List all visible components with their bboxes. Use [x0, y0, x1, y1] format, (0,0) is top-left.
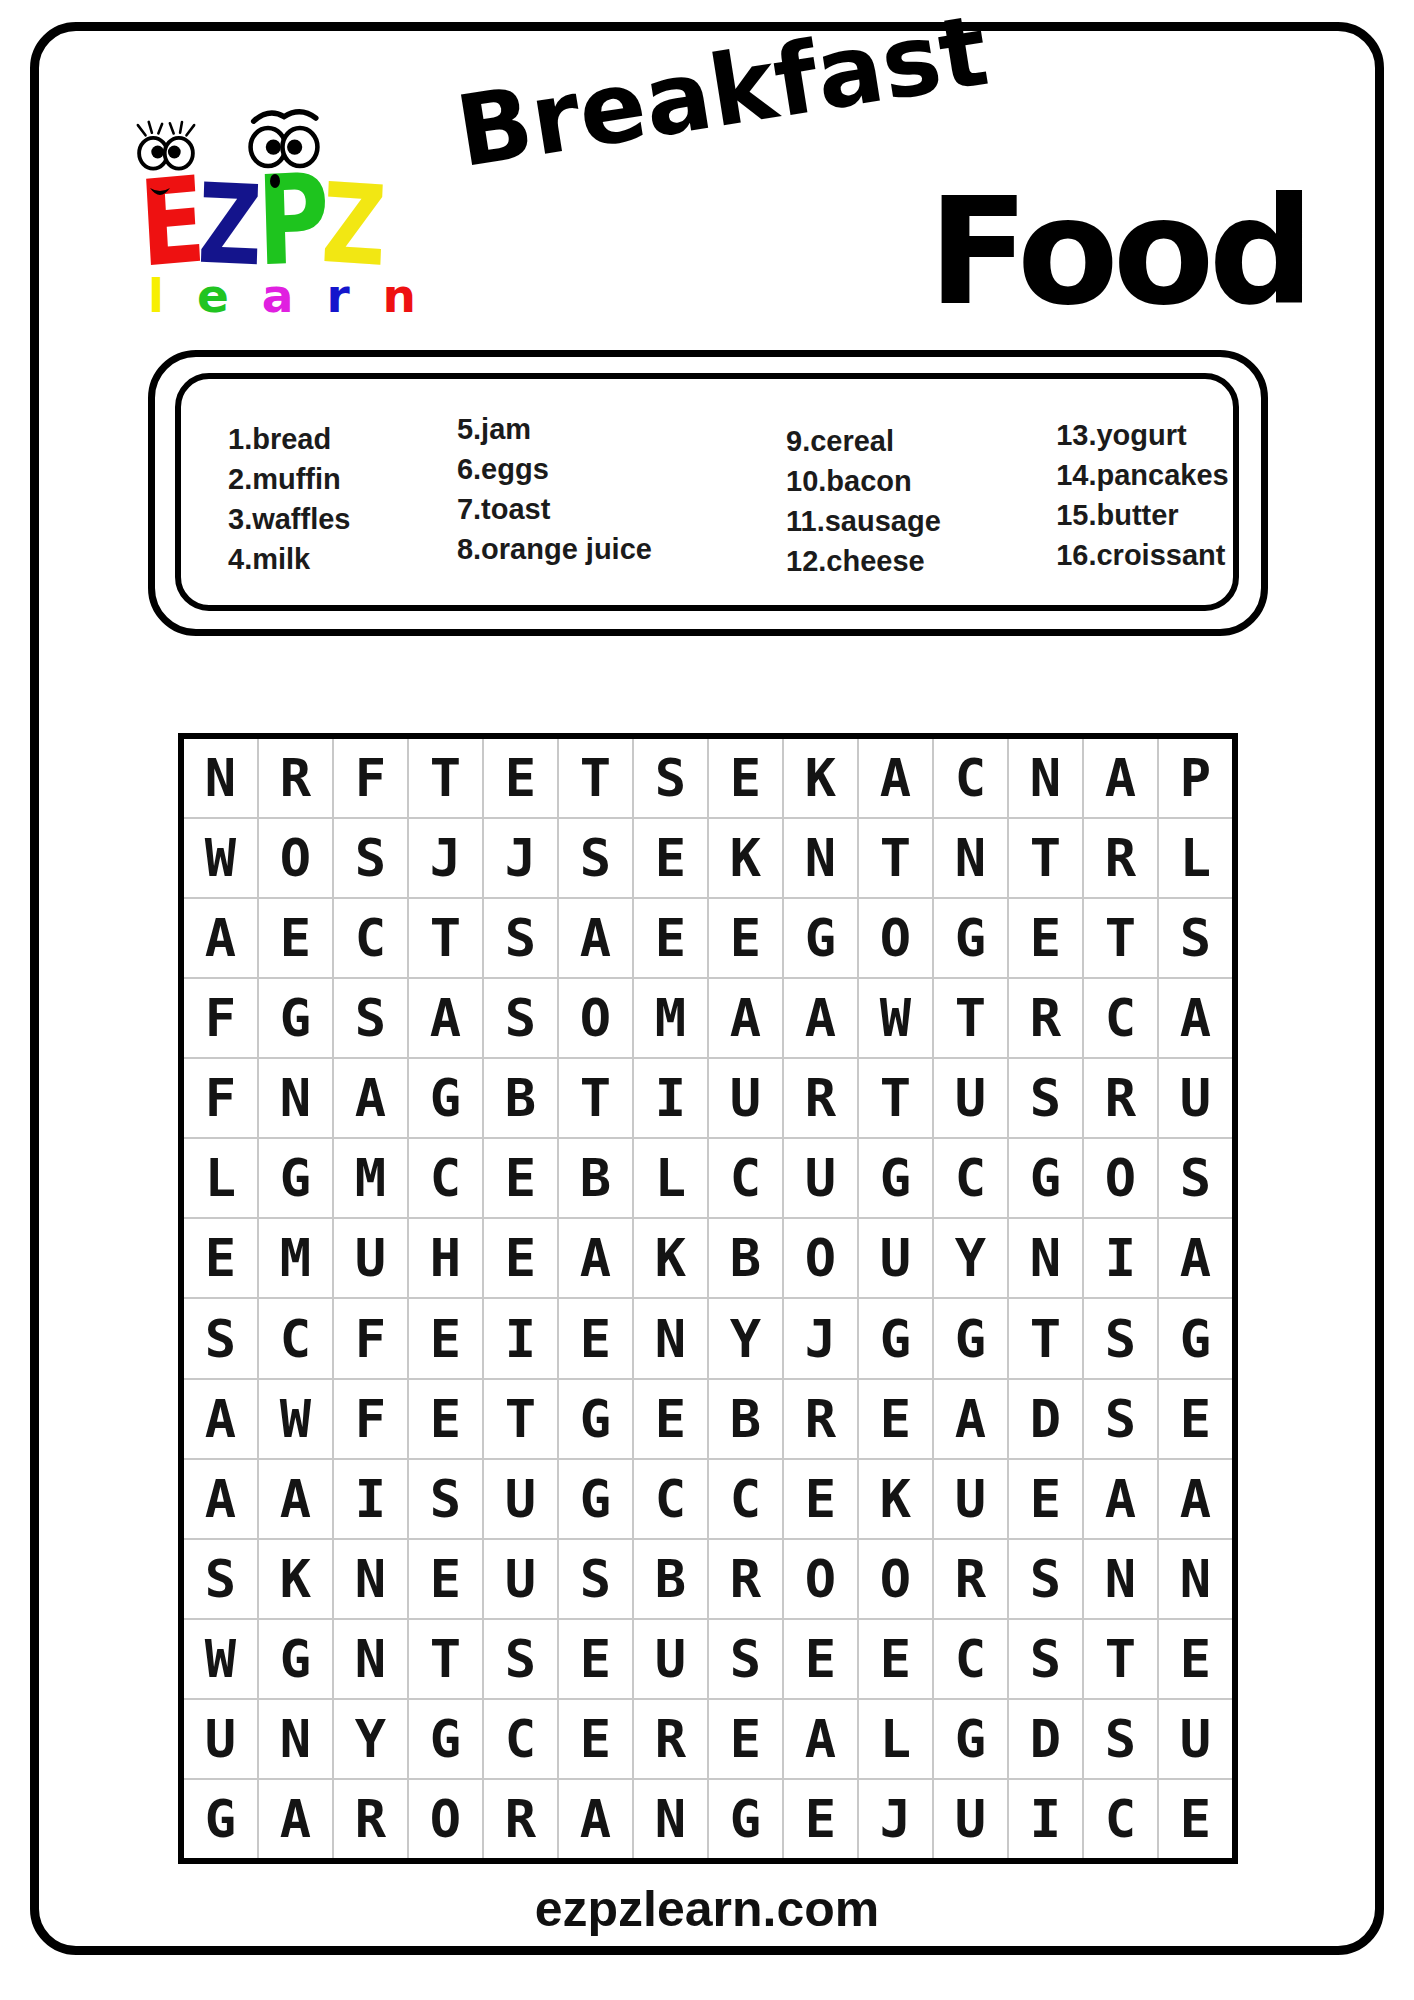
- grid-cell-r11c3: N: [334, 1540, 407, 1618]
- grid-cell-r9c2: W: [259, 1380, 332, 1458]
- grid-cell-r9c14: E: [1159, 1380, 1232, 1458]
- grid-cell-r13c13: S: [1084, 1700, 1157, 1778]
- grid-cell-r3c14: S: [1159, 899, 1232, 977]
- grid-cell-r5c7: I: [634, 1059, 707, 1137]
- grid-cell-r8c11: G: [934, 1299, 1007, 1377]
- grid-cell-r8c13: S: [1084, 1299, 1157, 1377]
- grid-cell-r5c4: G: [409, 1059, 482, 1137]
- grid-cell-r3c2: E: [259, 899, 332, 977]
- word-item-eggs: 6.eggs: [457, 449, 786, 489]
- googly-eyes-brows-icon: [246, 106, 322, 170]
- grid-cell-r8c1: S: [184, 1299, 257, 1377]
- grid-cell-r13c10: L: [859, 1700, 932, 1778]
- grid-cell-r10c14: A: [1159, 1460, 1232, 1538]
- grid-cell-r2c12: T: [1009, 819, 1082, 897]
- grid-cell-r4c13: C: [1084, 979, 1157, 1057]
- grid-cell-r6c6: B: [559, 1139, 632, 1217]
- grid-cell-r10c2: A: [259, 1460, 332, 1538]
- grid-cell-r11c11: R: [934, 1540, 1007, 1618]
- word-item-cereal: 9.cereal: [786, 421, 1056, 461]
- logo-learn-letters: learn: [148, 272, 416, 319]
- grid-cell-r7c12: N: [1009, 1219, 1082, 1297]
- logo-sub-letter-r: r: [326, 272, 349, 319]
- grid-cell-r13c14: U: [1159, 1700, 1232, 1778]
- logo-letter-Z1: Z: [196, 169, 263, 282]
- grid-cell-r10c9: E: [784, 1460, 857, 1538]
- grid-cell-r1c4: T: [409, 739, 482, 817]
- grid-cell-r6c5: E: [484, 1139, 557, 1217]
- grid-cell-r11c4: E: [409, 1540, 482, 1618]
- grid-cell-r1c12: N: [1009, 739, 1082, 817]
- grid-cell-r2c13: R: [1084, 819, 1157, 897]
- grid-cell-r11c1: S: [184, 1540, 257, 1618]
- word-list-column: 5.jam6.eggs7.toast8.orange juice: [457, 409, 786, 605]
- logo-sub-letter-e: e: [197, 272, 229, 319]
- o-mouth-icon: [270, 174, 280, 188]
- grid-cell-r3c7: E: [634, 899, 707, 977]
- ezpz-learn-logo: EZPZ learn: [140, 100, 450, 330]
- word-list-column: 13.yogurt14.pancakes15.butter16.croissan…: [1056, 415, 1233, 605]
- grid-cell-r5c6: T: [559, 1059, 632, 1137]
- googly-eyes-lashes-icon: [134, 120, 198, 171]
- grid-cell-r3c10: O: [859, 899, 932, 977]
- word-item-milk: 4.milk: [228, 539, 457, 579]
- word-item-croissant: 16.croissant: [1056, 535, 1233, 575]
- grid-cell-r4c10: W: [859, 979, 932, 1057]
- grid-cell-r9c11: A: [934, 1380, 1007, 1458]
- grid-cell-r13c3: Y: [334, 1700, 407, 1778]
- grid-cell-r7c3: U: [334, 1219, 407, 1297]
- grid-cell-r10c1: A: [184, 1460, 257, 1538]
- grid-cell-r7c7: K: [634, 1219, 707, 1297]
- grid-cell-r11c7: B: [634, 1540, 707, 1618]
- grid-cell-r12c14: E: [1159, 1620, 1232, 1698]
- grid-cell-r5c12: S: [1009, 1059, 1082, 1137]
- grid-cell-r1c9: K: [784, 739, 857, 817]
- grid-cell-r6c14: S: [1159, 1139, 1232, 1217]
- grid-cell-r2c14: L: [1159, 819, 1232, 897]
- grid-cell-r14c10: J: [859, 1780, 932, 1858]
- grid-cell-r5c14: U: [1159, 1059, 1232, 1137]
- grid-cell-r12c10: E: [859, 1620, 932, 1698]
- grid-cell-r6c8: C: [709, 1139, 782, 1217]
- grid-cell-r5c1: F: [184, 1059, 257, 1137]
- grid-cell-r11c14: N: [1159, 1540, 1232, 1618]
- grid-cell-r5c9: R: [784, 1059, 857, 1137]
- grid-cell-r1c8: E: [709, 739, 782, 817]
- grid-cell-r13c2: N: [259, 1700, 332, 1778]
- word-search-grid: NRFTETSEKACNAPWOSJJSEKNTNTRLAECTSAEEGOGE…: [178, 733, 1238, 1864]
- grid-cell-r3c8: E: [709, 899, 782, 977]
- grid-cell-r7c6: A: [559, 1219, 632, 1297]
- grid-cell-r12c3: N: [334, 1620, 407, 1698]
- word-item-toast: 7.toast: [457, 489, 786, 529]
- grid-cell-r8c2: C: [259, 1299, 332, 1377]
- logo-main-letters: EZPZ: [140, 158, 386, 282]
- grid-cell-r9c4: E: [409, 1380, 482, 1458]
- grid-cell-r1c10: A: [859, 739, 932, 817]
- grid-cell-r11c13: N: [1084, 1540, 1157, 1618]
- grid-cell-r11c6: S: [559, 1540, 632, 1618]
- grid-cell-r14c5: R: [484, 1780, 557, 1858]
- grid-cell-r4c2: G: [259, 979, 332, 1057]
- grid-cell-r1c5: E: [484, 739, 557, 817]
- grid-cell-r13c6: E: [559, 1700, 632, 1778]
- word-item-yogurt: 13.yogurt: [1056, 415, 1233, 455]
- grid-cell-r2c6: S: [559, 819, 632, 897]
- word-list-panel: 1.bread2.muffin3.waffles4.milk 5.jam6.eg…: [148, 350, 1268, 636]
- grid-cell-r11c5: U: [484, 1540, 557, 1618]
- grid-cell-r13c9: A: [784, 1700, 857, 1778]
- grid-cell-r7c10: U: [859, 1219, 932, 1297]
- grid-cell-r2c11: N: [934, 819, 1007, 897]
- grid-cell-r6c2: G: [259, 1139, 332, 1217]
- footer-url: ezpzlearn.com: [0, 1880, 1414, 1938]
- logo-letter-Z3: Z: [320, 168, 388, 282]
- grid-cell-r5c11: U: [934, 1059, 1007, 1137]
- grid-cell-r13c4: G: [409, 1700, 482, 1778]
- grid-cell-r5c2: N: [259, 1059, 332, 1137]
- logo-sub-letter-a: a: [262, 272, 294, 319]
- grid-cell-r5c3: A: [334, 1059, 407, 1137]
- grid-cell-r1c6: T: [559, 739, 632, 817]
- grid-cell-r3c13: T: [1084, 899, 1157, 977]
- grid-cell-r1c2: R: [259, 739, 332, 817]
- grid-cell-r5c8: U: [709, 1059, 782, 1137]
- grid-cell-r3c5: S: [484, 899, 557, 977]
- grid-cell-r14c12: I: [1009, 1780, 1082, 1858]
- grid-cell-r7c2: M: [259, 1219, 332, 1297]
- grid-cell-r6c9: U: [784, 1139, 857, 1217]
- grid-cell-r6c7: L: [634, 1139, 707, 1217]
- grid-cell-r3c4: T: [409, 899, 482, 977]
- grid-cell-r13c5: C: [484, 1700, 557, 1778]
- grid-cell-r14c11: U: [934, 1780, 1007, 1858]
- grid-cell-r9c5: T: [484, 1380, 557, 1458]
- grid-cell-r12c6: E: [559, 1620, 632, 1698]
- grid-cell-r9c3: F: [334, 1380, 407, 1458]
- grid-cell-r2c1: W: [184, 819, 257, 897]
- grid-cell-r2c4: J: [409, 819, 482, 897]
- grid-cell-r10c6: G: [559, 1460, 632, 1538]
- grid-cell-r8c4: E: [409, 1299, 482, 1377]
- grid-cell-r2c8: K: [709, 819, 782, 897]
- grid-cell-r12c4: T: [409, 1620, 482, 1698]
- grid-cell-r12c5: S: [484, 1620, 557, 1698]
- word-list-column: 9.cereal10.bacon11.sausage12.cheese: [786, 421, 1056, 605]
- word-item-muffin: 2.muffin: [228, 459, 457, 499]
- grid-cell-r1c7: S: [634, 739, 707, 817]
- grid-cell-r11c8: R: [709, 1540, 782, 1618]
- grid-cell-r12c8: S: [709, 1620, 782, 1698]
- grid-cell-r4c8: A: [709, 979, 782, 1057]
- grid-cell-r11c12: S: [1009, 1540, 1082, 1618]
- grid-cell-r9c8: B: [709, 1380, 782, 1458]
- word-list-inner: 1.bread2.muffin3.waffles4.milk 5.jam6.eg…: [175, 373, 1239, 611]
- grid-cell-r12c9: E: [784, 1620, 857, 1698]
- grid-cell-r14c3: R: [334, 1780, 407, 1858]
- word-list-column: 1.bread2.muffin3.waffles4.milk: [228, 419, 457, 605]
- grid-cell-r3c6: A: [559, 899, 632, 977]
- smile-mouth-icon: [148, 186, 172, 200]
- word-item-waffles: 3.waffles: [228, 499, 457, 539]
- word-item-pancakes: 14.pancakes: [1056, 455, 1233, 495]
- grid-cell-r6c4: C: [409, 1139, 482, 1217]
- grid-cell-r4c9: A: [784, 979, 857, 1057]
- grid-cell-r2c9: N: [784, 819, 857, 897]
- grid-cell-r2c2: O: [259, 819, 332, 897]
- grid-cell-r14c6: A: [559, 1780, 632, 1858]
- grid-cell-r6c12: G: [1009, 1139, 1082, 1217]
- grid-cell-r4c5: S: [484, 979, 557, 1057]
- grid-cell-r14c1: G: [184, 1780, 257, 1858]
- word-item-jam: 5.jam: [457, 409, 786, 449]
- grid-cell-r11c9: O: [784, 1540, 857, 1618]
- word-item-orange-juice: 8.orange juice: [457, 529, 786, 569]
- grid-cell-r4c14: A: [1159, 979, 1232, 1057]
- grid-cell-r13c11: G: [934, 1700, 1007, 1778]
- grid-cell-r4c4: A: [409, 979, 482, 1057]
- grid-cell-r4c3: S: [334, 979, 407, 1057]
- grid-cell-r1c11: C: [934, 739, 1007, 817]
- grid-cell-r14c7: N: [634, 1780, 707, 1858]
- grid-cell-r3c9: G: [784, 899, 857, 977]
- word-item-bread: 1.bread: [228, 419, 457, 459]
- grid-cell-r3c3: C: [334, 899, 407, 977]
- grid-cell-r14c14: E: [1159, 1780, 1232, 1858]
- grid-cell-r6c1: L: [184, 1139, 257, 1217]
- grid-cell-r10c11: U: [934, 1460, 1007, 1538]
- grid-cell-r6c13: O: [1084, 1139, 1157, 1217]
- grid-cell-r10c12: E: [1009, 1460, 1082, 1538]
- word-item-sausage: 11.sausage: [786, 501, 1056, 541]
- grid-cell-r2c3: S: [334, 819, 407, 897]
- grid-cell-r7c1: E: [184, 1219, 257, 1297]
- grid-cell-r12c2: G: [259, 1620, 332, 1698]
- grid-cell-r7c14: A: [1159, 1219, 1232, 1297]
- grid-cell-r3c1: A: [184, 899, 257, 977]
- word-item-butter: 15.butter: [1056, 495, 1233, 535]
- grid-cell-r9c10: E: [859, 1380, 932, 1458]
- grid-cell-r12c12: S: [1009, 1620, 1082, 1698]
- grid-cell-r8c3: F: [334, 1299, 407, 1377]
- grid-cell-r4c11: T: [934, 979, 1007, 1057]
- grid-cell-r8c8: Y: [709, 1299, 782, 1377]
- grid-cell-r11c10: O: [859, 1540, 932, 1618]
- grid-cell-r1c14: P: [1159, 739, 1232, 817]
- grid-cell-r13c12: D: [1009, 1700, 1082, 1778]
- grid-cell-r1c3: F: [334, 739, 407, 817]
- grid-cell-r9c9: R: [784, 1380, 857, 1458]
- grid-cell-r10c13: A: [1084, 1460, 1157, 1538]
- grid-cell-r4c12: R: [1009, 979, 1082, 1057]
- grid-cell-r11c2: K: [259, 1540, 332, 1618]
- grid-cell-r6c10: G: [859, 1139, 932, 1217]
- grid-cell-r13c8: E: [709, 1700, 782, 1778]
- grid-cell-r13c7: R: [634, 1700, 707, 1778]
- grid-cell-r9c12: D: [1009, 1380, 1082, 1458]
- logo-sub-letter-l: l: [148, 272, 164, 319]
- grid-cell-r8c12: T: [1009, 1299, 1082, 1377]
- word-item-bacon: 10.bacon: [786, 461, 1056, 501]
- grid-cell-r8c14: G: [1159, 1299, 1232, 1377]
- grid-cell-r14c4: O: [409, 1780, 482, 1858]
- grid-cell-r3c12: E: [1009, 899, 1082, 977]
- grid-cell-r7c11: Y: [934, 1219, 1007, 1297]
- title-food: Food: [928, 178, 1308, 326]
- grid-cell-r10c7: C: [634, 1460, 707, 1538]
- grid-cell-r10c4: S: [409, 1460, 482, 1538]
- grid-cell-r2c5: J: [484, 819, 557, 897]
- grid-cell-r12c13: T: [1084, 1620, 1157, 1698]
- grid-cell-r10c3: I: [334, 1460, 407, 1538]
- logo-sub-letter-n: n: [382, 272, 415, 319]
- grid-cell-r9c7: E: [634, 1380, 707, 1458]
- grid-cell-r2c7: E: [634, 819, 707, 897]
- grid-cell-r10c8: C: [709, 1460, 782, 1538]
- grid-cell-r12c7: U: [634, 1620, 707, 1698]
- grid-cell-r14c9: E: [784, 1780, 857, 1858]
- grid-cell-r6c3: M: [334, 1139, 407, 1217]
- grid-cell-r2c10: T: [859, 819, 932, 897]
- grid-cell-r7c5: E: [484, 1219, 557, 1297]
- grid-cell-r9c13: S: [1084, 1380, 1157, 1458]
- grid-cell-r7c9: O: [784, 1219, 857, 1297]
- grid-cell-r8c5: I: [484, 1299, 557, 1377]
- grid-cell-r4c1: F: [184, 979, 257, 1057]
- grid-cell-r8c6: E: [559, 1299, 632, 1377]
- grid-cell-r9c1: A: [184, 1380, 257, 1458]
- grid-cell-r14c8: G: [709, 1780, 782, 1858]
- grid-cell-r8c9: J: [784, 1299, 857, 1377]
- grid-cell-r6c11: C: [934, 1139, 1007, 1217]
- grid-cell-r3c11: G: [934, 899, 1007, 977]
- grid-cell-r7c8: B: [709, 1219, 782, 1297]
- grid-cell-r7c4: H: [409, 1219, 482, 1297]
- grid-cell-r14c2: A: [259, 1780, 332, 1858]
- grid-cell-r4c6: O: [559, 979, 632, 1057]
- grid-cell-r8c10: G: [859, 1299, 932, 1377]
- grid-cell-r4c7: M: [634, 979, 707, 1057]
- grid-cell-r1c13: A: [1084, 739, 1157, 817]
- grid-cell-r5c5: B: [484, 1059, 557, 1137]
- grid-cell-r7c13: I: [1084, 1219, 1157, 1297]
- grid-cell-r5c13: R: [1084, 1059, 1157, 1137]
- grid-cell-r5c10: T: [859, 1059, 932, 1137]
- grid-cell-r12c11: C: [934, 1620, 1007, 1698]
- grid-cell-r13c1: U: [184, 1700, 257, 1778]
- grid-cell-r10c10: K: [859, 1460, 932, 1538]
- grid-cell-r14c13: C: [1084, 1780, 1157, 1858]
- grid-cell-r8c7: N: [634, 1299, 707, 1377]
- word-item-cheese: 12.cheese: [786, 541, 1056, 581]
- grid-cell-r12c1: W: [184, 1620, 257, 1698]
- grid-cell-r10c5: U: [484, 1460, 557, 1538]
- grid-cell-r1c1: N: [184, 739, 257, 817]
- grid-cell-r9c6: G: [559, 1380, 632, 1458]
